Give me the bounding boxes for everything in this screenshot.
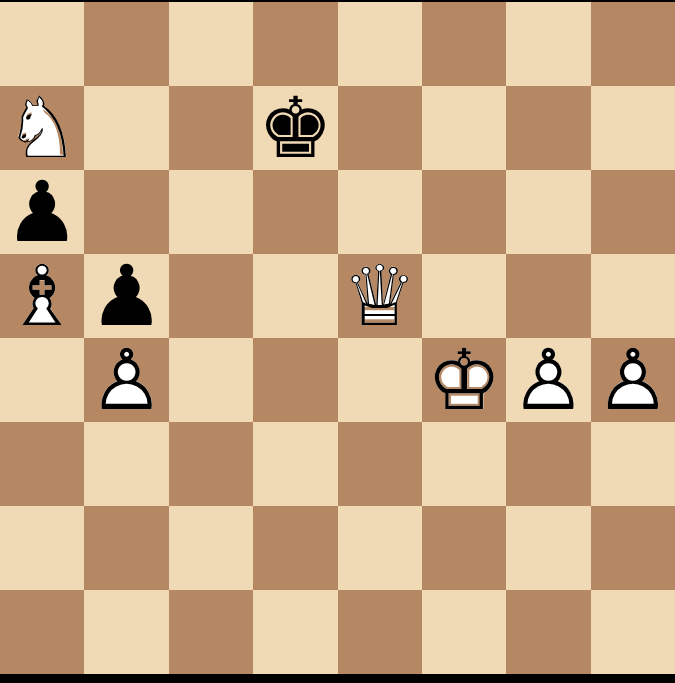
square-a8[interactable] — [0, 2, 84, 86]
square-g1[interactable] — [506, 590, 590, 674]
chess-board: ♞♘♚♔♟♙♝♗♟♙♛♕♟♙♚♔♟♙♟♙ — [0, 2, 675, 674]
square-e5[interactable]: ♛♕ — [338, 254, 422, 338]
square-f6[interactable] — [422, 170, 506, 254]
square-g7[interactable] — [506, 86, 590, 170]
square-c6[interactable] — [169, 170, 253, 254]
knight-glyph-outline: ♘ — [5, 86, 80, 170]
square-a3[interactable] — [0, 422, 84, 506]
square-h2[interactable] — [591, 506, 675, 590]
pawn-glyph-outline: ♙ — [89, 338, 164, 422]
square-b7[interactable] — [84, 86, 168, 170]
square-e6[interactable] — [338, 170, 422, 254]
square-b3[interactable] — [84, 422, 168, 506]
square-e3[interactable] — [338, 422, 422, 506]
piece-white-pawn-b4[interactable]: ♟♙ — [89, 338, 164, 422]
square-f1[interactable] — [422, 590, 506, 674]
square-f3[interactable] — [422, 422, 506, 506]
king-glyph-outline: ♔ — [426, 338, 501, 422]
square-f4[interactable]: ♚♔ — [422, 338, 506, 422]
square-c1[interactable] — [169, 590, 253, 674]
square-f7[interactable] — [422, 86, 506, 170]
square-h6[interactable] — [591, 170, 675, 254]
square-h5[interactable] — [591, 254, 675, 338]
square-d7[interactable]: ♚♔ — [253, 86, 337, 170]
square-e7[interactable] — [338, 86, 422, 170]
square-c8[interactable] — [169, 2, 253, 86]
square-c2[interactable] — [169, 506, 253, 590]
bishop-glyph-outline: ♗ — [5, 254, 80, 338]
square-f8[interactable] — [422, 2, 506, 86]
square-a1[interactable] — [0, 590, 84, 674]
square-b6[interactable] — [84, 170, 168, 254]
square-a6[interactable]: ♟♙ — [0, 170, 84, 254]
piece-black-pawn-a6[interactable]: ♟♙ — [5, 170, 80, 254]
square-d8[interactable] — [253, 2, 337, 86]
square-d2[interactable] — [253, 506, 337, 590]
square-g4[interactable]: ♟♙ — [506, 338, 590, 422]
square-d6[interactable] — [253, 170, 337, 254]
square-a2[interactable] — [0, 506, 84, 590]
square-b1[interactable] — [84, 590, 168, 674]
square-g5[interactable] — [506, 254, 590, 338]
square-e8[interactable] — [338, 2, 422, 86]
square-d5[interactable] — [253, 254, 337, 338]
piece-white-bishop-a5[interactable]: ♝♗ — [5, 254, 80, 338]
square-a4[interactable] — [0, 338, 84, 422]
square-h3[interactable] — [591, 422, 675, 506]
square-f5[interactable] — [422, 254, 506, 338]
piece-white-queen-e5[interactable]: ♛♕ — [342, 254, 417, 338]
piece-white-pawn-h4[interactable]: ♟♙ — [595, 338, 670, 422]
square-e2[interactable] — [338, 506, 422, 590]
queen-glyph-outline: ♕ — [342, 254, 417, 338]
square-a7[interactable]: ♞♘ — [0, 86, 84, 170]
pawn-glyph-outline: ♙ — [595, 338, 670, 422]
square-f2[interactable] — [422, 506, 506, 590]
square-g3[interactable] — [506, 422, 590, 506]
square-h7[interactable] — [591, 86, 675, 170]
piece-black-king-d7[interactable]: ♚♔ — [258, 86, 333, 170]
square-e1[interactable] — [338, 590, 422, 674]
square-d1[interactable] — [253, 590, 337, 674]
square-b5[interactable]: ♟♙ — [84, 254, 168, 338]
piece-white-pawn-g4[interactable]: ♟♙ — [511, 338, 586, 422]
square-h4[interactable]: ♟♙ — [591, 338, 675, 422]
piece-white-knight-a7[interactable]: ♞♘ — [5, 86, 80, 170]
piece-white-king-f4[interactable]: ♚♔ — [426, 338, 501, 422]
square-c3[interactable] — [169, 422, 253, 506]
square-h8[interactable] — [591, 2, 675, 86]
square-b4[interactable]: ♟♙ — [84, 338, 168, 422]
pawn-glyph-outline: ♙ — [511, 338, 586, 422]
square-d4[interactable] — [253, 338, 337, 422]
square-c4[interactable] — [169, 338, 253, 422]
square-h1[interactable] — [591, 590, 675, 674]
square-d3[interactable] — [253, 422, 337, 506]
piece-black-pawn-b5[interactable]: ♟♙ — [89, 254, 164, 338]
square-c5[interactable] — [169, 254, 253, 338]
square-g2[interactable] — [506, 506, 590, 590]
square-b8[interactable] — [84, 2, 168, 86]
square-b2[interactable] — [84, 506, 168, 590]
square-g8[interactable] — [506, 2, 590, 86]
square-g6[interactable] — [506, 170, 590, 254]
square-a5[interactable]: ♝♗ — [0, 254, 84, 338]
square-c7[interactable] — [169, 86, 253, 170]
square-e4[interactable] — [338, 338, 422, 422]
